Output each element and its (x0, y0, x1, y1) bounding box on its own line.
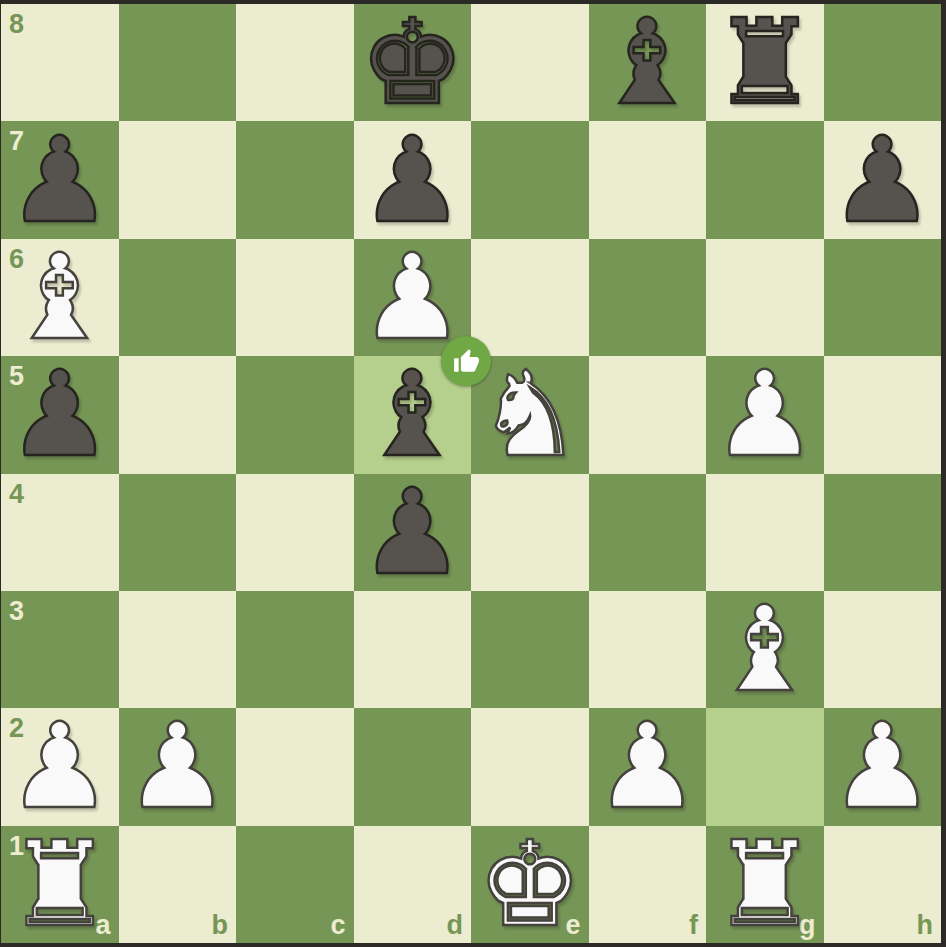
rank-label-3: 3 (9, 598, 24, 625)
square-e2[interactable] (471, 708, 589, 825)
chess-board: 8♚♝♜7♟♟♟6♝♟5♟♝♞♟4♟3♝2♟♟♟♟1a♜bcde♚fg♜h (1, 4, 941, 943)
square-b8[interactable] (119, 4, 237, 121)
white-pawn[interactable]: ♟ (124, 708, 230, 825)
white-pawn[interactable]: ♟ (359, 239, 465, 356)
square-d8[interactable]: ♚ (354, 4, 472, 121)
square-d5[interactable]: ♝ (354, 356, 472, 473)
white-knight[interactable]: ♞ (477, 356, 583, 473)
file-label-f: f (689, 912, 698, 939)
square-d7[interactable]: ♟ (354, 121, 472, 238)
white-bishop[interactable]: ♝ (712, 591, 818, 708)
white-pawn[interactable]: ♟ (7, 708, 113, 825)
black-pawn[interactable]: ♟ (359, 474, 465, 591)
square-b1[interactable]: b (119, 826, 237, 943)
square-a3[interactable]: 3 (1, 591, 119, 708)
square-g6[interactable] (706, 239, 824, 356)
black-pawn[interactable]: ♟ (7, 122, 113, 239)
square-c3[interactable] (236, 591, 354, 708)
file-label-c: c (330, 912, 345, 939)
square-b6[interactable] (119, 239, 237, 356)
square-g7[interactable] (706, 121, 824, 238)
file-label-d: d (447, 912, 464, 939)
black-rook[interactable]: ♜ (712, 4, 818, 121)
square-d2[interactable] (354, 708, 472, 825)
square-b2[interactable]: ♟ (119, 708, 237, 825)
white-king[interactable]: ♚ (477, 826, 583, 943)
black-pawn[interactable]: ♟ (7, 356, 113, 473)
square-c2[interactable] (236, 708, 354, 825)
square-b5[interactable] (119, 356, 237, 473)
square-a1[interactable]: 1a♜ (1, 826, 119, 943)
square-c5[interactable] (236, 356, 354, 473)
square-b4[interactable] (119, 474, 237, 591)
square-g8[interactable]: ♜ (706, 4, 824, 121)
square-c6[interactable] (236, 239, 354, 356)
square-f5[interactable] (589, 356, 707, 473)
square-a5[interactable]: 5♟ (1, 356, 119, 473)
square-c1[interactable]: c (236, 826, 354, 943)
square-h8[interactable] (824, 4, 942, 121)
white-pawn[interactable]: ♟ (594, 708, 700, 825)
square-e5[interactable]: ♞ (471, 356, 589, 473)
square-f4[interactable] (589, 474, 707, 591)
square-b7[interactable] (119, 121, 237, 238)
square-e6[interactable] (471, 239, 589, 356)
black-pawn[interactable]: ♟ (829, 122, 935, 239)
square-c7[interactable] (236, 121, 354, 238)
square-a8[interactable]: 8 (1, 4, 119, 121)
square-f6[interactable] (589, 239, 707, 356)
black-bishop[interactable]: ♝ (594, 4, 700, 121)
square-h3[interactable] (824, 591, 942, 708)
square-c8[interactable] (236, 4, 354, 121)
square-d1[interactable]: d (354, 826, 472, 943)
square-a7[interactable]: 7♟ (1, 121, 119, 238)
square-h6[interactable] (824, 239, 942, 356)
thumbs-up-icon (453, 348, 480, 375)
square-d3[interactable] (354, 591, 472, 708)
square-e1[interactable]: e♚ (471, 826, 589, 943)
square-g5[interactable]: ♟ (706, 356, 824, 473)
file-label-h: h (917, 912, 934, 939)
square-g2[interactable] (706, 708, 824, 825)
square-e7[interactable] (471, 121, 589, 238)
square-g3[interactable]: ♝ (706, 591, 824, 708)
square-h5[interactable] (824, 356, 942, 473)
white-rook[interactable]: ♜ (7, 826, 113, 943)
file-label-b: b (212, 912, 229, 939)
square-e4[interactable] (471, 474, 589, 591)
square-e8[interactable] (471, 4, 589, 121)
white-rook[interactable]: ♜ (712, 826, 818, 943)
square-h4[interactable] (824, 474, 942, 591)
white-pawn[interactable]: ♟ (829, 708, 935, 825)
white-pawn[interactable]: ♟ (712, 356, 818, 473)
rank-label-8: 8 (9, 11, 24, 38)
rank-label-4: 4 (9, 481, 24, 508)
square-a2[interactable]: 2♟ (1, 708, 119, 825)
square-b3[interactable] (119, 591, 237, 708)
square-a4[interactable]: 4 (1, 474, 119, 591)
board-frame: 8♚♝♜7♟♟♟6♝♟5♟♝♞♟4♟3♝2♟♟♟♟1a♜bcde♚fg♜h (0, 0, 946, 947)
square-d4[interactable]: ♟ (354, 474, 472, 591)
square-f1[interactable]: f (589, 826, 707, 943)
square-h2[interactable]: ♟ (824, 708, 942, 825)
square-f3[interactable] (589, 591, 707, 708)
white-bishop[interactable]: ♝ (7, 239, 113, 356)
square-h7[interactable]: ♟ (824, 121, 942, 238)
square-c4[interactable] (236, 474, 354, 591)
square-f2[interactable]: ♟ (589, 708, 707, 825)
black-pawn[interactable]: ♟ (359, 122, 465, 239)
square-h1[interactable]: h (824, 826, 942, 943)
square-g1[interactable]: g♜ (706, 826, 824, 943)
square-e3[interactable] (471, 591, 589, 708)
square-a6[interactable]: 6♝ (1, 239, 119, 356)
good-move-badge (441, 336, 491, 386)
square-f7[interactable] (589, 121, 707, 238)
square-f8[interactable]: ♝ (589, 4, 707, 121)
square-g4[interactable] (706, 474, 824, 591)
black-king[interactable]: ♚ (359, 4, 465, 121)
